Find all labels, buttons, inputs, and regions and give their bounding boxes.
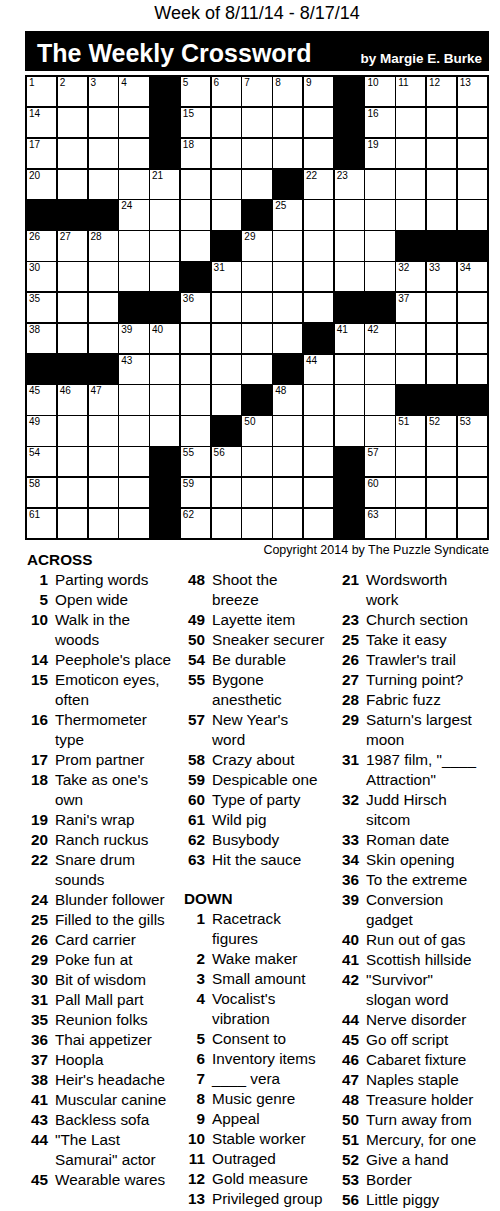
cell-r2c15[interactable] — [458, 108, 487, 137]
cell-r6c9[interactable] — [273, 231, 302, 260]
cell-r9c13[interactable] — [396, 324, 425, 353]
clue-text: Walk in the woods — [55, 610, 130, 650]
cell-r13c1[interactable]: 54 — [27, 447, 56, 476]
cell-r15c14[interactable] — [427, 509, 456, 538]
clue-text: "Survivor" slogan word — [366, 970, 448, 1010]
cell-r12c4[interactable] — [119, 416, 148, 445]
cell-r1c9[interactable]: 8 — [273, 77, 302, 106]
clue-down-36: 36To the extreme — [338, 870, 499, 890]
cell-r13c15[interactable] — [458, 447, 487, 476]
cell-r12c2[interactable] — [58, 416, 87, 445]
cell-r14c4[interactable] — [119, 478, 148, 507]
cell-r11c1[interactable]: 45 — [27, 385, 56, 414]
cell-r11c11[interactable] — [335, 385, 364, 414]
cell-number: 53 — [460, 417, 471, 427]
cell-r7c4[interactable] — [119, 262, 148, 291]
cell-r13c7[interactable]: 56 — [212, 447, 241, 476]
clue-down-21: 21Wordsworth work — [338, 570, 499, 610]
cell-r7c2[interactable] — [58, 262, 87, 291]
cell-number: 29 — [244, 232, 255, 242]
cell-r9c1[interactable]: 38 — [27, 324, 56, 353]
cell-r14c1[interactable]: 58 — [27, 478, 56, 507]
cell-r2c9[interactable] — [273, 108, 302, 137]
cell-r4c11[interactable]: 23 — [335, 170, 364, 199]
clues-column-3: 21Wordsworth work23Church section25Take … — [338, 570, 499, 1210]
cell-r10c8[interactable] — [242, 355, 271, 384]
clue-number: 48 — [338, 1090, 359, 1110]
clue-number: 2 — [184, 949, 205, 969]
cell-r11c5[interactable] — [150, 385, 179, 414]
cell-r8c13[interactable]: 37 — [396, 293, 425, 322]
cell-r12c1[interactable]: 49 — [27, 416, 56, 445]
cell-r3c6[interactable]: 18 — [181, 139, 210, 168]
cell-r4c13[interactable] — [396, 170, 425, 199]
cell-r12c6[interactable] — [181, 416, 210, 445]
clue-across-48: 48Shoot the breeze — [184, 570, 338, 610]
clue-down-42: 42"Survivor" slogan word — [338, 970, 499, 1010]
cell-r7c14[interactable]: 33 — [427, 262, 456, 291]
cell-r11c14 — [427, 385, 456, 414]
cell-r13c4[interactable] — [119, 447, 148, 476]
cell-r4c3[interactable] — [89, 170, 118, 199]
cell-r2c8[interactable] — [242, 108, 271, 137]
clue-text: Small amount — [212, 969, 306, 989]
cell-r12c3[interactable] — [89, 416, 118, 445]
cell-r15c3[interactable] — [89, 509, 118, 538]
cell-r15c2[interactable] — [58, 509, 87, 538]
cell-number: 45 — [29, 386, 40, 396]
cell-r14c5 — [150, 478, 179, 507]
clue-number: 1 — [184, 909, 205, 949]
cell-r7c10[interactable] — [304, 262, 333, 291]
cell-r2c3[interactable] — [89, 108, 118, 137]
cell-r12c13[interactable]: 51 — [396, 416, 425, 445]
cell-r11c7[interactable] — [212, 385, 241, 414]
clue-number: 12 — [184, 1169, 205, 1189]
cell-r14c9[interactable] — [273, 478, 302, 507]
cell-r3c13[interactable] — [396, 139, 425, 168]
cell-r5c11[interactable] — [335, 200, 364, 229]
cell-r10c10[interactable]: 44 — [304, 355, 333, 384]
clue-down-12: 12Gold measure — [184, 1169, 338, 1189]
cell-r14c3[interactable] — [89, 478, 118, 507]
cell-r3c8[interactable] — [242, 139, 271, 168]
cell-r9c15[interactable] — [458, 324, 487, 353]
clue-text: Poke fun at — [55, 950, 132, 970]
cell-r7c1[interactable]: 30 — [27, 262, 56, 291]
clue-text: Wake maker — [212, 949, 297, 969]
cell-r1c14[interactable]: 12 — [427, 77, 456, 106]
cell-r15c7[interactable] — [212, 509, 241, 538]
clue-text: Scottish hillside — [366, 950, 471, 970]
cell-r1c1[interactable]: 1 — [27, 77, 56, 106]
cell-number: 43 — [121, 356, 132, 366]
cell-r6c3[interactable]: 28 — [89, 231, 118, 260]
cell-number: 9 — [306, 78, 312, 88]
clue-across-35: 35Reunion folks — [27, 1010, 185, 1030]
clue-number: 62 — [184, 830, 205, 850]
cell-r1c6[interactable]: 5 — [181, 77, 210, 106]
cell-r12c10[interactable] — [304, 416, 333, 445]
cell-r7c3[interactable] — [89, 262, 118, 291]
clue-text: Outraged — [212, 1149, 276, 1169]
cell-r3c7[interactable] — [212, 139, 241, 168]
clue-across-41: 41Muscular canine — [27, 1090, 185, 1110]
cell-r7c9[interactable] — [273, 262, 302, 291]
clue-number: 6 — [184, 1049, 205, 1069]
cell-r4c14[interactable] — [427, 170, 456, 199]
clue-down-51: 51Mercury, for one — [338, 1130, 499, 1150]
cell-number: 18 — [183, 140, 194, 150]
cell-r9c10 — [304, 324, 333, 353]
clue-down-25: 25Take it easy — [338, 630, 499, 650]
cell-r7c6 — [181, 262, 210, 291]
cell-r5c14[interactable] — [427, 200, 456, 229]
clue-across-18: 18Take as one's own — [27, 770, 185, 810]
cell-r13c10[interactable] — [304, 447, 333, 476]
cell-r11c9[interactable]: 48 — [273, 385, 302, 414]
clue-number: 54 — [184, 650, 205, 670]
cell-r8c1[interactable]: 35 — [27, 293, 56, 322]
byline: by Margie E. Burke — [360, 52, 482, 72]
clue-number: 31 — [27, 990, 48, 1010]
cell-r14c6[interactable]: 59 — [181, 478, 210, 507]
cell-r3c14[interactable] — [427, 139, 456, 168]
cell-r13c9[interactable] — [273, 447, 302, 476]
cell-r4c5[interactable]: 21 — [150, 170, 179, 199]
cell-r11c4[interactable] — [119, 385, 148, 414]
cell-r5c13[interactable] — [396, 200, 425, 229]
cell-r13c13[interactable] — [396, 447, 425, 476]
cell-r14c2[interactable] — [58, 478, 87, 507]
cell-r10c1 — [27, 355, 56, 384]
cell-r12c11[interactable] — [335, 416, 364, 445]
cell-r13c2[interactable] — [58, 447, 87, 476]
cell-r4c4[interactable] — [119, 170, 148, 199]
cell-r11c2[interactable]: 46 — [58, 385, 87, 414]
cell-r8c10[interactable] — [304, 293, 333, 322]
clue-number: 16 — [27, 710, 48, 750]
cell-r15c10[interactable] — [304, 509, 333, 538]
clue-text: Saturn's largest moon — [366, 710, 472, 750]
cell-r2c2[interactable] — [58, 108, 87, 137]
clue-text: Wearable wares — [55, 1170, 165, 1190]
clue-text: Judd Hirsch sitcom — [366, 790, 447, 830]
cell-r2c6[interactable]: 15 — [181, 108, 210, 137]
cell-r7c13[interactable]: 32 — [396, 262, 425, 291]
cell-r15c4[interactable] — [119, 509, 148, 538]
cell-r8c2[interactable] — [58, 293, 87, 322]
cell-r6c11[interactable] — [335, 231, 364, 260]
cell-r15c15[interactable] — [458, 509, 487, 538]
clue-number: 22 — [27, 850, 48, 890]
cell-r1c3[interactable]: 3 — [89, 77, 118, 106]
cell-r2c5 — [150, 108, 179, 137]
cell-r4c1[interactable]: 20 — [27, 170, 56, 199]
cell-r15c6[interactable]: 62 — [181, 509, 210, 538]
clue-number: 53 — [338, 1170, 359, 1190]
cell-r14c11 — [335, 478, 364, 507]
clue-text: Be durable — [212, 650, 286, 670]
clue-number: 61 — [184, 810, 205, 830]
cell-number: 46 — [60, 386, 71, 396]
cell-r8c15[interactable] — [458, 293, 487, 322]
cell-number: 1 — [29, 78, 35, 88]
cell-r3c3[interactable] — [89, 139, 118, 168]
cell-r10c14[interactable] — [427, 355, 456, 384]
cell-r7c7[interactable]: 31 — [212, 262, 241, 291]
cell-r13c6[interactable]: 55 — [181, 447, 210, 476]
cell-r14c10[interactable] — [304, 478, 333, 507]
cell-number: 21 — [152, 171, 163, 181]
clue-down-23: 23Church section — [338, 610, 499, 630]
cell-r4c2[interactable] — [58, 170, 87, 199]
cell-r8c9[interactable] — [273, 293, 302, 322]
cell-r4c8[interactable] — [242, 170, 271, 199]
clue-down-44: 44Nerve disorder — [338, 1010, 499, 1030]
clue-number: 57 — [184, 710, 205, 750]
cell-r13c14[interactable] — [427, 447, 456, 476]
clue-number: 24 — [27, 890, 48, 910]
cell-r6c4[interactable] — [119, 231, 148, 260]
cell-r11c8 — [242, 385, 271, 414]
cell-r1c2[interactable]: 2 — [58, 77, 87, 106]
cell-r1c12[interactable]: 10 — [365, 77, 394, 106]
cell-r11c3[interactable]: 47 — [89, 385, 118, 414]
cell-r1c10[interactable]: 9 — [304, 77, 333, 106]
cell-r13c12[interactable]: 57 — [365, 447, 394, 476]
cell-r12c8[interactable]: 50 — [242, 416, 271, 445]
clue-number: 59 — [184, 770, 205, 790]
cell-r10c12[interactable] — [365, 355, 394, 384]
cell-r10c13[interactable] — [396, 355, 425, 384]
cell-number: 8 — [275, 78, 281, 88]
cell-r10c6[interactable] — [181, 355, 210, 384]
cell-r11c6[interactable] — [181, 385, 210, 414]
cell-r12c14[interactable]: 52 — [427, 416, 456, 445]
clue-down-11: 11Outraged — [184, 1149, 338, 1169]
cell-r10c5[interactable] — [150, 355, 179, 384]
cell-r9c4[interactable]: 39 — [119, 324, 148, 353]
cell-r3c10[interactable] — [304, 139, 333, 168]
cell-r5c9[interactable]: 25 — [273, 200, 302, 229]
clue-text: Hit the sauce — [212, 850, 301, 870]
cell-r14c12[interactable]: 60 — [365, 478, 394, 507]
cell-r10c4[interactable]: 43 — [119, 355, 148, 384]
cell-r6c5[interactable] — [150, 231, 179, 260]
cell-r15c13[interactable] — [396, 509, 425, 538]
clue-number: 45 — [27, 1170, 48, 1190]
cell-r7c8[interactable] — [242, 262, 271, 291]
cell-r5c4[interactable]: 24 — [119, 200, 148, 229]
clue-text: Conversion gadget — [366, 890, 443, 930]
clue-text: Muscular canine — [55, 1090, 166, 1110]
cell-r12c15[interactable]: 53 — [458, 416, 487, 445]
cell-r15c1[interactable]: 61 — [27, 509, 56, 538]
cell-r7c15[interactable]: 34 — [458, 262, 487, 291]
clue-down-46: 46Cabaret fixture — [338, 1050, 499, 1070]
clue-across-61: 61Wild pig — [184, 810, 338, 830]
clue-down-9: 9Appeal — [184, 1109, 338, 1129]
clue-down-56: 56Little piggy — [338, 1190, 499, 1210]
cell-r8c3[interactable] — [89, 293, 118, 322]
clue-number: 60 — [184, 790, 205, 810]
cell-r9c2[interactable] — [58, 324, 87, 353]
clue-down-33: 33Roman date — [338, 830, 499, 850]
cell-r14c15[interactable] — [458, 478, 487, 507]
cell-r3c9[interactable] — [273, 139, 302, 168]
clues-column-1: ACROSS 1Parting words5Open wide10Walk in… — [27, 550, 185, 1190]
clue-text: Parting words — [55, 570, 149, 590]
cell-r3c12[interactable]: 19 — [365, 139, 394, 168]
cell-r5c15[interactable] — [458, 200, 487, 229]
cell-r4c10[interactable]: 22 — [304, 170, 333, 199]
clue-text: Vocalist's vibration — [212, 989, 275, 1029]
cell-r3c5 — [150, 139, 179, 168]
cell-r10c7[interactable] — [212, 355, 241, 384]
cell-r14c14[interactable] — [427, 478, 456, 507]
cell-r12c5[interactable] — [150, 416, 179, 445]
cell-r3c15[interactable] — [458, 139, 487, 168]
cell-r12c9[interactable] — [273, 416, 302, 445]
clue-across-36: 36Thai appetizer — [27, 1030, 185, 1050]
cell-r13c5 — [150, 447, 179, 476]
cell-r10c15[interactable] — [458, 355, 487, 384]
cell-r9c11[interactable]: 41 — [335, 324, 364, 353]
clue-text: Rani's wrap — [55, 810, 134, 830]
cell-r6c12[interactable] — [365, 231, 394, 260]
cell-r3c4[interactable] — [119, 139, 148, 168]
cell-r1c5 — [150, 77, 179, 106]
cell-r2c7[interactable] — [212, 108, 241, 137]
clue-number: 47 — [338, 1070, 359, 1090]
across-clue-list: 1Parting words5Open wide10Walk in the wo… — [27, 570, 185, 1190]
cell-r1c15[interactable]: 13 — [458, 77, 487, 106]
clue-down-27: 27Turning point? — [338, 670, 499, 690]
cell-r3c1[interactable]: 17 — [27, 139, 56, 168]
cell-r9c6[interactable] — [181, 324, 210, 353]
cell-r4c7[interactable] — [212, 170, 241, 199]
cell-r14c8[interactable] — [242, 478, 271, 507]
cell-r11c10[interactable] — [304, 385, 333, 414]
clue-across-26: 26Card carrier — [27, 930, 185, 950]
cell-r9c8[interactable] — [242, 324, 271, 353]
cell-r13c3[interactable] — [89, 447, 118, 476]
cell-r5c7[interactable] — [212, 200, 241, 229]
cell-r12c12[interactable] — [365, 416, 394, 445]
cell-number: 37 — [398, 294, 409, 304]
cell-r15c12[interactable]: 63 — [365, 509, 394, 538]
cell-number: 60 — [367, 479, 378, 489]
clue-number: 55 — [184, 670, 205, 710]
cell-r8c7[interactable] — [212, 293, 241, 322]
cell-r2c14[interactable] — [427, 108, 456, 137]
cell-r11c12[interactable] — [365, 385, 394, 414]
clue-across-30: 30Bit of wisdom — [27, 970, 185, 990]
cell-r15c9[interactable] — [273, 509, 302, 538]
clue-number: 37 — [27, 1050, 48, 1070]
cell-number: 36 — [183, 294, 194, 304]
cell-r7c12[interactable] — [365, 262, 394, 291]
cell-r2c1[interactable]: 14 — [27, 108, 56, 137]
cell-r6c10[interactable] — [304, 231, 333, 260]
cell-r9c12[interactable]: 42 — [365, 324, 394, 353]
cell-r14c7[interactable] — [212, 478, 241, 507]
clue-text: Sneaker securer — [212, 630, 324, 650]
clue-across-62: 62Busybody — [184, 830, 338, 850]
cell-r5c6[interactable] — [181, 200, 210, 229]
clue-number: 50 — [338, 1110, 359, 1130]
cell-number: 34 — [460, 263, 471, 273]
clue-text: Peephole's place — [55, 650, 171, 670]
cell-r6c1[interactable]: 26 — [27, 231, 56, 260]
cell-r1c4[interactable]: 4 — [119, 77, 148, 106]
cell-r5c5[interactable] — [150, 200, 179, 229]
clue-text: 1987 film, "____ Attraction" — [366, 750, 476, 790]
clue-number: 44 — [27, 1130, 48, 1170]
cell-r10c11[interactable] — [335, 355, 364, 384]
cell-r9c7[interactable] — [212, 324, 241, 353]
cell-r8c8[interactable] — [242, 293, 271, 322]
cell-r2c12[interactable]: 16 — [365, 108, 394, 137]
cell-r15c8[interactable] — [242, 509, 271, 538]
clue-down-34: 34Skin opening — [338, 850, 499, 870]
clue-number: 50 — [184, 630, 205, 650]
clue-number: 23 — [338, 610, 359, 630]
cell-r3c2[interactable] — [58, 139, 87, 168]
cell-r8c14[interactable] — [427, 293, 456, 322]
cell-r2c10[interactable] — [304, 108, 333, 137]
cell-r6c6[interactable] — [181, 231, 210, 260]
cell-number: 10 — [367, 78, 378, 88]
cell-r5c12[interactable] — [365, 200, 394, 229]
cell-r9c5[interactable]: 40 — [150, 324, 179, 353]
cell-number: 48 — [275, 386, 286, 396]
cell-r1c8[interactable]: 7 — [242, 77, 271, 106]
cell-r4c12[interactable] — [365, 170, 394, 199]
cell-r6c2[interactable]: 27 — [58, 231, 87, 260]
cell-r2c4[interactable] — [119, 108, 148, 137]
cell-r6c7 — [212, 231, 241, 260]
cell-r7c5[interactable] — [150, 262, 179, 291]
cell-r9c9[interactable] — [273, 324, 302, 353]
cell-number: 50 — [244, 417, 255, 427]
cell-r7c11[interactable] — [335, 262, 364, 291]
cell-r9c14[interactable] — [427, 324, 456, 353]
cell-r5c10[interactable] — [304, 200, 333, 229]
cell-r2c13[interactable] — [396, 108, 425, 137]
clue-text: Church section — [366, 610, 468, 630]
cell-r4c6[interactable] — [181, 170, 210, 199]
clue-number: 39 — [338, 890, 359, 930]
cell-r1c13[interactable]: 11 — [396, 77, 425, 106]
cell-r8c6[interactable]: 36 — [181, 293, 210, 322]
cell-number: 49 — [29, 417, 40, 427]
cell-r14c13[interactable] — [396, 478, 425, 507]
clue-number: 41 — [338, 950, 359, 970]
cell-r9c3[interactable] — [89, 324, 118, 353]
cell-r1c7[interactable]: 6 — [212, 77, 241, 106]
cell-number: 57 — [367, 448, 378, 458]
clue-number: 7 — [184, 1069, 205, 1089]
cell-r13c8[interactable] — [242, 447, 271, 476]
cell-number: 47 — [91, 386, 102, 396]
clue-down-53: 53Border — [338, 1170, 499, 1190]
clue-number: 26 — [338, 650, 359, 670]
cell-r6c8[interactable]: 29 — [242, 231, 271, 260]
cell-r4c15[interactable] — [458, 170, 487, 199]
clue-down-40: 40Run out of gas — [338, 930, 499, 950]
